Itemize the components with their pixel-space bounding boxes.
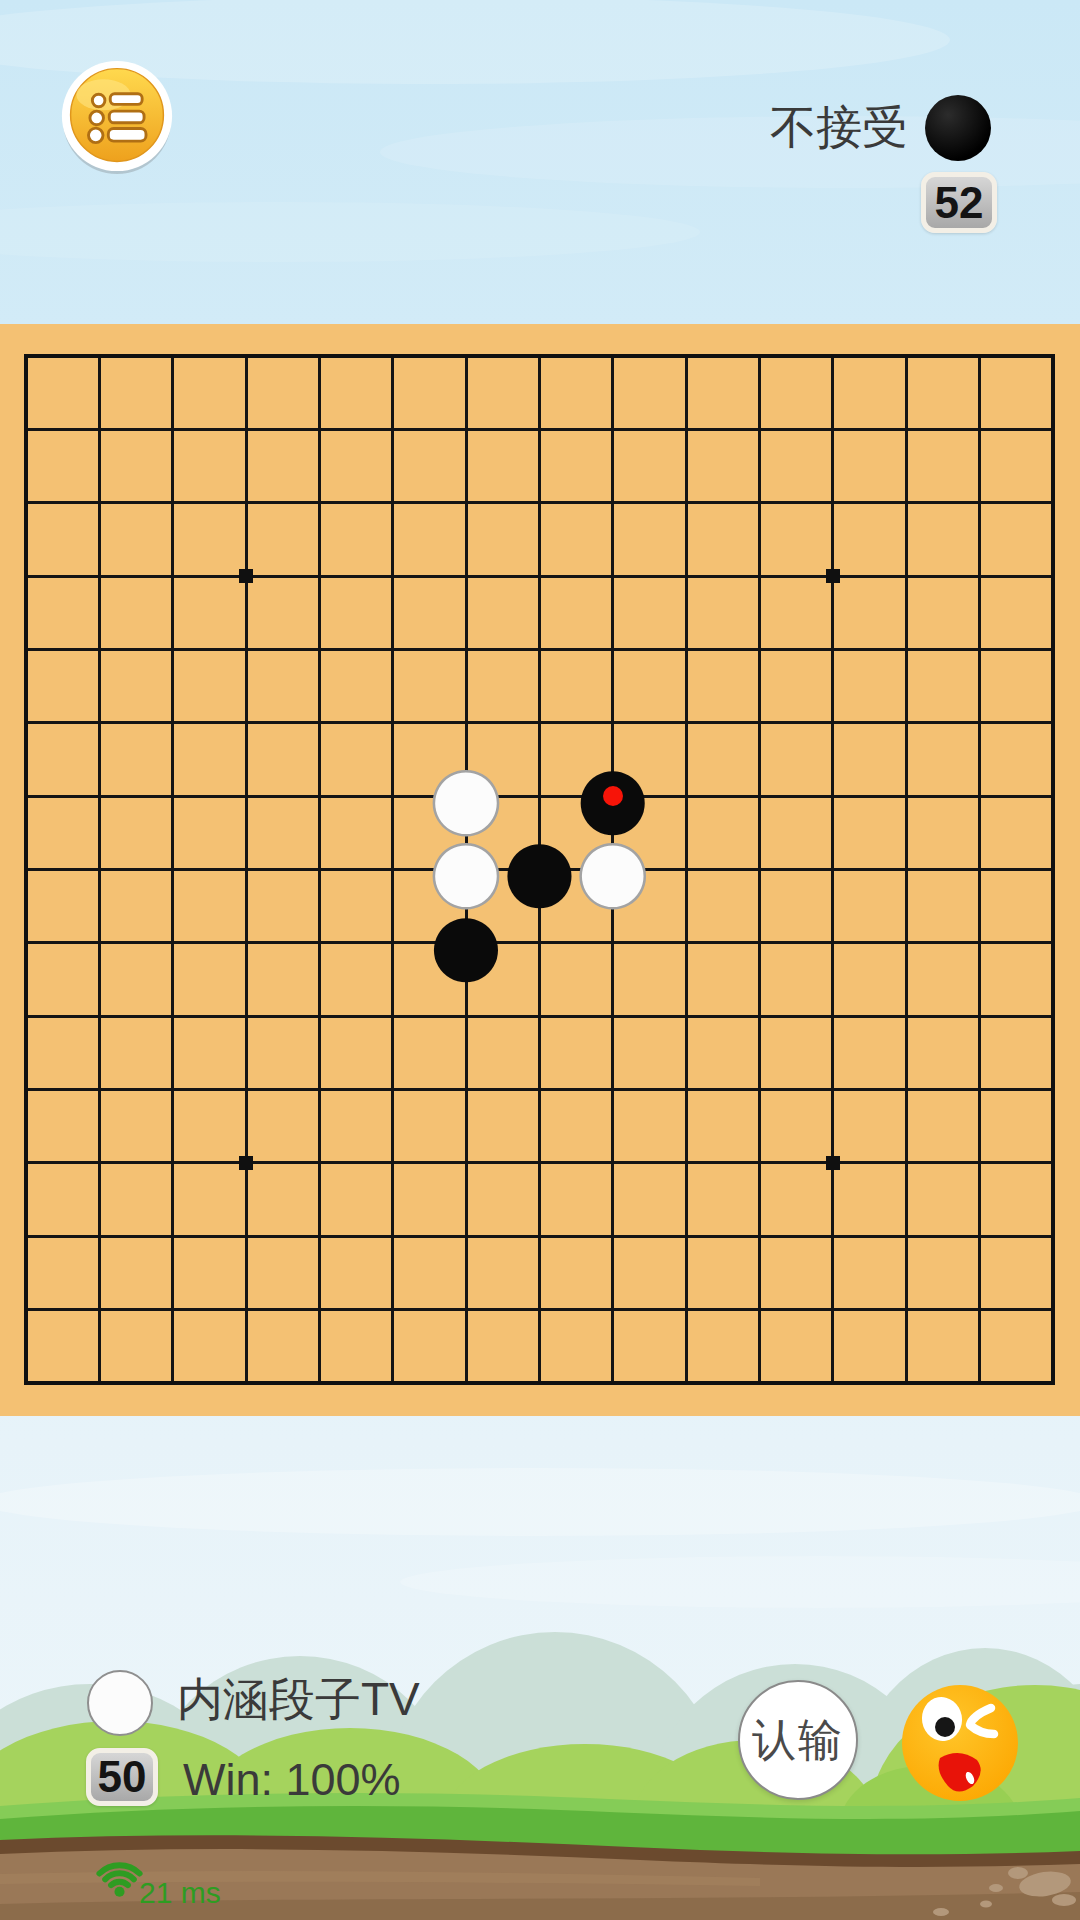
board-cell[interactable] (943, 979, 1016, 1052)
board-cell[interactable] (63, 833, 136, 906)
board-cell[interactable] (63, 324, 136, 393)
board-cell[interactable] (503, 686, 576, 759)
board-cell[interactable] (649, 324, 722, 393)
star-point (826, 1156, 840, 1170)
board-cell[interactable] (869, 759, 942, 832)
board-cell[interactable] (649, 1346, 722, 1416)
board-cell[interactable] (503, 1126, 576, 1199)
board-cell[interactable] (209, 613, 282, 686)
board-cell[interactable] (63, 539, 136, 612)
board-cell[interactable] (209, 393, 282, 466)
board-cell[interactable] (869, 1053, 942, 1126)
board-cell[interactable] (723, 979, 796, 1052)
board-cell[interactable] (649, 1273, 722, 1346)
star-point (239, 569, 253, 583)
board-cell[interactable] (136, 324, 209, 393)
board-cell[interactable] (429, 1346, 502, 1416)
board-cell[interactable] (576, 1053, 649, 1126)
menu-button[interactable] (59, 58, 175, 174)
board-cell[interactable] (283, 1053, 356, 1126)
board-cell[interactable] (283, 979, 356, 1052)
board-cell[interactable] (136, 686, 209, 759)
board-cell[interactable] (576, 1346, 649, 1416)
board-cell[interactable] (136, 759, 209, 832)
board-cell[interactable] (796, 613, 869, 686)
board-cell[interactable] (209, 1273, 282, 1346)
board-cell[interactable] (209, 906, 282, 979)
board-cell[interactable] (356, 539, 429, 612)
board-cell[interactable] (796, 906, 869, 979)
board-cell[interactable] (356, 1273, 429, 1346)
board-cell[interactable] (0, 466, 63, 539)
board-cell[interactable] (1016, 686, 1080, 759)
stone-black: ● (503, 833, 576, 906)
star-point (239, 1156, 253, 1170)
board-cell[interactable]: ● (576, 833, 649, 906)
board-cell[interactable] (723, 1199, 796, 1272)
board-cell[interactable] (869, 1273, 942, 1346)
board-cell[interactable] (0, 979, 63, 1052)
board-cell[interactable] (283, 1199, 356, 1272)
player-counter-badge: 50 (86, 1748, 158, 1806)
wink-tongue-emoji-icon (900, 1683, 1020, 1803)
board-cell[interactable] (209, 833, 282, 906)
board-cell[interactable] (796, 1053, 869, 1126)
board-cell[interactable] (649, 613, 722, 686)
board-cell[interactable] (283, 1346, 356, 1416)
board-cell[interactable] (209, 1053, 282, 1126)
board-cell[interactable] (576, 466, 649, 539)
board-cell[interactable] (1016, 466, 1080, 539)
board-cell[interactable] (136, 1053, 209, 1126)
board-cell[interactable] (796, 979, 869, 1052)
board-cell[interactable] (943, 906, 1016, 979)
board-cell[interactable] (943, 613, 1016, 686)
board-cell[interactable] (356, 324, 429, 393)
board-cell[interactable] (63, 906, 136, 979)
board-cell[interactable] (63, 686, 136, 759)
board-cell[interactable] (283, 466, 356, 539)
board-cell[interactable] (723, 393, 796, 466)
board-cell[interactable] (796, 1199, 869, 1272)
board-cell[interactable] (429, 1126, 502, 1199)
board-cell[interactable] (723, 1346, 796, 1416)
board-cell[interactable] (429, 613, 502, 686)
board-cell[interactable] (0, 906, 63, 979)
board-cell[interactable] (869, 1199, 942, 1272)
board-cell[interactable] (136, 833, 209, 906)
gomoku-board: ●●●●●● (0, 324, 1080, 1416)
board-cell[interactable] (429, 393, 502, 466)
board-cell[interactable] (796, 1126, 869, 1199)
board-cell[interactable] (943, 1199, 1016, 1272)
board-cell[interactable] (649, 393, 722, 466)
board-cell[interactable] (209, 1346, 282, 1416)
board-cell[interactable] (869, 324, 942, 393)
board-cell[interactable] (943, 1053, 1016, 1126)
board-cell[interactable] (869, 1346, 942, 1416)
board-cell[interactable] (723, 1273, 796, 1346)
board-cell[interactable] (429, 466, 502, 539)
board-cell[interactable] (136, 466, 209, 539)
board-cell[interactable] (649, 539, 722, 612)
board-cell[interactable] (63, 1199, 136, 1272)
board-cell[interactable] (356, 759, 429, 832)
board-cell[interactable] (649, 906, 722, 979)
board-cell[interactable] (576, 393, 649, 466)
board-cell[interactable] (576, 1273, 649, 1346)
board-cell[interactable] (796, 393, 869, 466)
board-cell[interactable] (869, 979, 942, 1052)
board-cell[interactable] (429, 324, 502, 393)
board-cell[interactable] (503, 1273, 576, 1346)
stone-white: ● (576, 833, 649, 906)
board-cell[interactable] (356, 979, 429, 1052)
board-cell[interactable] (356, 906, 429, 979)
board-cell[interactable] (0, 1126, 63, 1199)
board-cell[interactable] (0, 833, 63, 906)
board-cell[interactable] (209, 1199, 282, 1272)
board-cell[interactable] (723, 686, 796, 759)
board-cell[interactable] (943, 833, 1016, 906)
board-cell[interactable] (796, 686, 869, 759)
board-cell[interactable] (63, 393, 136, 466)
board-cell[interactable] (649, 1199, 722, 1272)
board-cell[interactable] (209, 539, 282, 612)
board-cell[interactable] (869, 1126, 942, 1199)
board-cell[interactable] (869, 466, 942, 539)
board-cell[interactable] (1016, 613, 1080, 686)
board-cell[interactable] (869, 906, 942, 979)
board-cell[interactable] (1016, 1126, 1080, 1199)
board-cell[interactable] (649, 979, 722, 1052)
board-cell[interactable] (63, 759, 136, 832)
board-cell[interactable] (503, 1199, 576, 1272)
board-cell[interactable] (63, 1053, 136, 1126)
board-cell[interactable] (1016, 759, 1080, 832)
board-cell[interactable] (0, 613, 63, 686)
player-name: 内涵段子TV (177, 1672, 420, 1727)
board-cell[interactable] (429, 1199, 502, 1272)
board-cell[interactable] (796, 466, 869, 539)
board-cell[interactable] (209, 466, 282, 539)
board-cell[interactable] (943, 393, 1016, 466)
board-cell[interactable] (1016, 833, 1080, 906)
board-cell[interactable] (1016, 1346, 1080, 1416)
board-cell[interactable] (576, 979, 649, 1052)
board-cell[interactable] (723, 324, 796, 393)
board-cell[interactable] (723, 466, 796, 539)
board-cell[interactable] (356, 1199, 429, 1272)
opponent-name: 不接受 (770, 100, 908, 155)
board-cell[interactable]: ● (429, 906, 502, 979)
board-cell[interactable] (869, 613, 942, 686)
board-cell[interactable] (0, 393, 63, 466)
list-menu-icon (59, 58, 175, 174)
board-cell[interactable] (1016, 906, 1080, 979)
board-cell[interactable] (283, 833, 356, 906)
board-cell[interactable] (0, 539, 63, 612)
board-cell[interactable] (723, 1053, 796, 1126)
last-move-marker (603, 786, 623, 806)
board-cell[interactable] (283, 393, 356, 466)
board-cell[interactable] (943, 539, 1016, 612)
board-cell[interactable] (136, 979, 209, 1052)
board-cell[interactable] (0, 1273, 63, 1346)
stone-black: ● (429, 906, 502, 979)
board-cell[interactable] (723, 613, 796, 686)
gomoku-game-screen: ●●●●●● 不接受 52 内涵 (0, 0, 1080, 1920)
board-cell[interactable] (649, 1053, 722, 1126)
board-cell[interactable] (283, 1126, 356, 1199)
board-cell[interactable] (356, 393, 429, 466)
board-grid: ●●●●●● (0, 324, 1080, 1416)
board-cell[interactable] (943, 1126, 1016, 1199)
board-cell[interactable] (649, 759, 722, 832)
board-cell[interactable] (943, 466, 1016, 539)
board-cell[interactable] (943, 1273, 1016, 1346)
board-cell[interactable] (723, 759, 796, 832)
board-cell[interactable] (869, 393, 942, 466)
board-cell[interactable] (1016, 324, 1080, 393)
latency-text: 21 ms (139, 1876, 221, 1910)
board-cell[interactable] (136, 1273, 209, 1346)
board-cell[interactable] (356, 1053, 429, 1126)
board-cell[interactable] (503, 1346, 576, 1416)
board-cell[interactable] (576, 539, 649, 612)
board-cell[interactable] (209, 759, 282, 832)
board-cell[interactable] (723, 539, 796, 612)
board-cell[interactable] (356, 686, 429, 759)
board-cell[interactable] (356, 466, 429, 539)
board-cell[interactable] (429, 539, 502, 612)
board-cell[interactable] (649, 1126, 722, 1199)
board-cell[interactable] (0, 324, 63, 393)
board-cell[interactable] (0, 686, 63, 759)
board-cell[interactable] (649, 466, 722, 539)
board-cell[interactable] (136, 906, 209, 979)
board-cell[interactable] (209, 686, 282, 759)
board-cell[interactable] (943, 759, 1016, 832)
board-cell[interactable] (796, 1273, 869, 1346)
board-cell[interactable]: ● (503, 833, 576, 906)
board-cell[interactable] (503, 324, 576, 393)
opponent-counter-badge: 52 (921, 172, 997, 233)
board-cell[interactable] (943, 686, 1016, 759)
board-cell[interactable] (63, 613, 136, 686)
board-cell[interactable] (283, 613, 356, 686)
board-cell[interactable] (136, 1346, 209, 1416)
board-cell[interactable] (283, 906, 356, 979)
board-cell[interactable] (63, 466, 136, 539)
board-cell[interactable] (503, 539, 576, 612)
board-cell[interactable] (503, 1053, 576, 1126)
board-cell[interactable] (1016, 1053, 1080, 1126)
board-cell[interactable] (63, 979, 136, 1052)
emoji-button[interactable] (900, 1683, 1020, 1803)
board-cell[interactable] (796, 759, 869, 832)
board-cell[interactable] (63, 1346, 136, 1416)
board-cell[interactable] (649, 833, 722, 906)
board-cell[interactable] (0, 759, 63, 832)
board-cell[interactable] (723, 833, 796, 906)
board-cell[interactable] (283, 539, 356, 612)
board-cell[interactable] (63, 1126, 136, 1199)
board-cell[interactable] (869, 686, 942, 759)
board-cell[interactable] (0, 1346, 63, 1416)
board-cell[interactable] (209, 979, 282, 1052)
board-cell[interactable] (356, 613, 429, 686)
board-cell[interactable] (503, 466, 576, 539)
board-cell[interactable] (1016, 979, 1080, 1052)
board-cell[interactable] (136, 1126, 209, 1199)
board-cell[interactable] (356, 1346, 429, 1416)
board-cell[interactable] (1016, 1199, 1080, 1272)
board-cell[interactable] (0, 1053, 63, 1126)
board-cell[interactable] (796, 833, 869, 906)
opponent-stone-avatar-black (925, 95, 991, 161)
board-cell[interactable] (503, 393, 576, 466)
board-cell[interactable] (576, 1126, 649, 1199)
board-cell[interactable] (1016, 539, 1080, 612)
board-cell[interactable] (796, 324, 869, 393)
resign-button[interactable]: 认输 (738, 1680, 858, 1800)
board-cell[interactable] (796, 1346, 869, 1416)
board-cell[interactable] (1016, 1273, 1080, 1346)
board-cell[interactable] (356, 1126, 429, 1199)
board-cell[interactable] (209, 1126, 282, 1199)
board-cell[interactable] (136, 539, 209, 612)
board-cell[interactable] (723, 906, 796, 979)
board-cell[interactable] (429, 1053, 502, 1126)
board-cell[interactable] (429, 1273, 502, 1346)
board-cell[interactable] (576, 1199, 649, 1272)
board-cell[interactable] (796, 539, 869, 612)
board-cell[interactable] (723, 1126, 796, 1199)
board-cell[interactable] (1016, 393, 1080, 466)
board-cell[interactable] (136, 613, 209, 686)
board-cell[interactable] (503, 613, 576, 686)
board-cell[interactable] (136, 393, 209, 466)
win-rate-text: Win: 100% (183, 1754, 401, 1806)
board-cell[interactable] (576, 324, 649, 393)
board-cell[interactable] (943, 324, 1016, 393)
board-cell[interactable] (283, 759, 356, 832)
board-cell[interactable] (356, 833, 429, 906)
board-cell[interactable] (283, 686, 356, 759)
board-cell[interactable] (209, 324, 282, 393)
board-cell[interactable] (649, 686, 722, 759)
star-point (826, 569, 840, 583)
board-cell[interactable] (63, 1273, 136, 1346)
board-cell[interactable] (136, 1199, 209, 1272)
board-cell[interactable] (283, 324, 356, 393)
board-cell[interactable] (503, 979, 576, 1052)
player-stone-avatar-white (87, 1670, 153, 1736)
board-cell[interactable] (0, 1199, 63, 1272)
board-cell[interactable] (943, 1346, 1016, 1416)
board-cell[interactable] (869, 833, 942, 906)
board-cell[interactable] (869, 539, 942, 612)
board-cell[interactable] (576, 613, 649, 686)
board-cell[interactable] (283, 1273, 356, 1346)
